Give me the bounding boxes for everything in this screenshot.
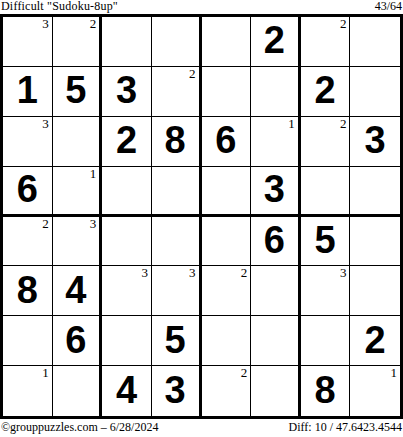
cell-r8c5[interactable]: 2 [202, 366, 252, 416]
copyright-date: ©grouppuzzles.com – 6/28/2024 [1, 421, 158, 434]
cell-r1c1[interactable]: 3 [3, 17, 53, 67]
given-digit: 2 [314, 71, 335, 109]
cell-r3c2[interactable] [53, 117, 103, 167]
cell-r6c7[interactable]: 3 [301, 266, 351, 316]
pencil-mark: 1 [42, 366, 49, 380]
footer: ©grouppuzzles.com – 6/28/2024 Diff: 10 /… [0, 419, 403, 434]
given-digit: 3 [264, 170, 285, 208]
cell-r1c3[interactable] [102, 17, 152, 67]
progress-counter: 43/64 [375, 0, 402, 13]
cell-r3c5[interactable]: 6 [202, 117, 252, 167]
difficulty-rating: Diff: 10 / 47.6423.4544 [289, 421, 402, 434]
cell-r3c4[interactable]: 8 [152, 117, 202, 167]
cell-r2c8[interactable] [350, 67, 400, 117]
cell-r3c6[interactable]: 1 [251, 117, 301, 167]
puzzle-page: Difficult "Sudoku-8up" 43/64 32221532232… [0, 0, 403, 437]
given-digit: 5 [165, 321, 186, 359]
cell-r6c4[interactable]: 3 [152, 266, 202, 316]
cell-r2c5[interactable] [202, 67, 252, 117]
cell-r5c8[interactable] [350, 217, 400, 267]
cell-r8c4[interactable]: 3 [152, 366, 202, 416]
cell-r1c6[interactable]: 2 [251, 17, 301, 67]
given-digit: 8 [314, 371, 335, 409]
given-digit: 5 [65, 71, 86, 109]
cell-r3c3[interactable]: 2 [102, 117, 152, 167]
pencil-mark: 3 [340, 266, 347, 280]
cell-r4c6[interactable]: 3 [251, 167, 301, 217]
cell-r6c5[interactable]: 2 [202, 266, 252, 316]
cell-r5c1[interactable]: 2 [3, 217, 53, 267]
cell-r8c3[interactable]: 4 [102, 366, 152, 416]
pencil-mark: 2 [340, 17, 347, 31]
pencil-mark: 2 [90, 17, 97, 31]
cell-r7c2[interactable]: 6 [53, 316, 103, 366]
pencil-mark: 3 [90, 217, 97, 231]
cell-r5c3[interactable] [102, 217, 152, 267]
cell-r4c8[interactable] [350, 167, 400, 217]
cell-r7c1[interactable] [3, 316, 53, 366]
pencil-mark: 3 [42, 117, 49, 131]
cell-r8c2[interactable] [53, 366, 103, 416]
cell-r4c4[interactable] [152, 167, 202, 217]
pencil-mark: 1 [288, 117, 295, 131]
header: Difficult "Sudoku-8up" 43/64 [0, 0, 403, 14]
cell-r6c8[interactable] [350, 266, 400, 316]
cell-r2c3[interactable]: 3 [102, 67, 152, 117]
cell-r7c3[interactable] [102, 316, 152, 366]
pencil-mark: 2 [241, 266, 248, 280]
given-digit: 4 [65, 271, 86, 309]
cell-r8c8[interactable]: 1 [350, 366, 400, 416]
cell-r4c2[interactable]: 1 [53, 167, 103, 217]
cell-r1c8[interactable] [350, 17, 400, 67]
given-digit: 2 [116, 121, 137, 159]
cell-r6c1[interactable]: 8 [3, 266, 53, 316]
given-digit: 6 [17, 170, 38, 208]
cell-r8c7[interactable]: 8 [301, 366, 351, 416]
cell-r7c8[interactable]: 2 [350, 316, 400, 366]
pencil-mark: 2 [241, 366, 248, 380]
cell-r3c8[interactable]: 3 [350, 117, 400, 167]
cell-r7c5[interactable] [202, 316, 252, 366]
given-digit: 5 [314, 221, 335, 259]
pencil-mark: 3 [189, 266, 196, 280]
pencil-mark: 2 [42, 217, 49, 231]
cell-r7c4[interactable]: 5 [152, 316, 202, 366]
cell-r8c6[interactable] [251, 366, 301, 416]
cell-r7c7[interactable] [301, 316, 351, 366]
cell-r5c5[interactable] [202, 217, 252, 267]
given-digit: 1 [17, 71, 38, 109]
given-digit: 8 [17, 271, 38, 309]
cell-r5c2[interactable]: 3 [53, 217, 103, 267]
cell-r6c6[interactable] [251, 266, 301, 316]
given-digit: 8 [165, 121, 186, 159]
cell-r4c3[interactable] [102, 167, 152, 217]
cell-r2c4[interactable]: 2 [152, 67, 202, 117]
cell-r7c6[interactable] [251, 316, 301, 366]
pencil-mark: 1 [391, 366, 398, 380]
cell-r6c2[interactable]: 4 [53, 266, 103, 316]
cell-r1c2[interactable]: 2 [53, 17, 103, 67]
cell-r8c1[interactable]: 1 [3, 366, 53, 416]
cell-r6c3[interactable]: 3 [102, 266, 152, 316]
given-digit: 6 [264, 221, 285, 259]
given-digit: 6 [215, 121, 236, 159]
cell-r4c5[interactable] [202, 167, 252, 217]
cell-r2c2[interactable]: 5 [53, 67, 103, 117]
puzzle-title: Difficult "Sudoku-8up" [1, 0, 118, 13]
pencil-mark: 2 [340, 117, 347, 131]
pencil-mark: 2 [189, 67, 196, 81]
cell-r2c1[interactable]: 1 [3, 67, 53, 117]
cell-r5c4[interactable] [152, 217, 202, 267]
cell-r1c7[interactable]: 2 [301, 17, 351, 67]
pencil-mark: 3 [42, 17, 49, 31]
given-digit: 3 [365, 121, 386, 159]
given-digit: 2 [365, 321, 386, 359]
pencil-mark: 1 [90, 167, 97, 181]
cell-r2c7[interactable]: 2 [301, 67, 351, 117]
sudoku-board: 32221532232861236132365843323652143281 [0, 14, 403, 419]
pencil-mark: 3 [141, 266, 148, 280]
given-digit: 6 [65, 321, 86, 359]
cell-r3c1[interactable]: 3 [3, 117, 53, 167]
cell-r4c1[interactable]: 6 [3, 167, 53, 217]
cell-r3c7[interactable]: 2 [301, 117, 351, 167]
cell-r4c7[interactable] [301, 167, 351, 217]
cell-r5c7[interactable]: 5 [301, 217, 351, 267]
given-digit: 4 [116, 371, 137, 409]
given-digit: 3 [116, 71, 137, 109]
cell-r1c5[interactable] [202, 17, 252, 67]
given-digit: 2 [264, 21, 285, 59]
cell-r5c6[interactable]: 6 [251, 217, 301, 267]
cell-r1c4[interactable] [152, 17, 202, 67]
given-digit: 3 [165, 371, 186, 409]
cell-r2c6[interactable] [251, 67, 301, 117]
